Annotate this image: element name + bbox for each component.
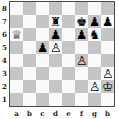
square-e2[interactable] <box>62 80 75 93</box>
square-b3[interactable] <box>23 67 36 80</box>
square-b7[interactable] <box>23 15 36 28</box>
square-f6[interactable]: ♟ <box>75 28 88 41</box>
chess-diagram: 87654321 ♜♚♟♟♕♟♟♞♟♙♙♙♙♔ abcdefgh <box>0 0 119 119</box>
square-d3[interactable] <box>49 67 62 80</box>
square-e4[interactable] <box>62 54 75 67</box>
rank-labels: 87654321 <box>0 2 9 106</box>
square-d4[interactable] <box>49 54 62 67</box>
rank-label-3: 3 <box>0 67 9 80</box>
black-pawn: ♟ <box>36 41 49 54</box>
square-f4[interactable]: ♙ <box>75 54 88 67</box>
square-h6[interactable] <box>101 28 114 41</box>
square-e5[interactable] <box>62 41 75 54</box>
file-label-a: a <box>10 108 23 119</box>
square-c3[interactable] <box>36 67 49 80</box>
file-label-b: b <box>23 108 36 119</box>
square-d1[interactable] <box>49 93 62 106</box>
chess-board: ♜♚♟♟♕♟♟♞♟♙♙♙♙♔ <box>9 1 115 107</box>
square-c1[interactable] <box>36 93 49 106</box>
file-label-d: d <box>49 108 62 119</box>
square-g2[interactable]: ♙ <box>88 80 101 93</box>
square-a6[interactable]: ♕ <box>10 28 23 41</box>
square-c2[interactable] <box>36 80 49 93</box>
square-h1[interactable] <box>101 93 114 106</box>
square-h7[interactable]: ♟ <box>101 15 114 28</box>
file-label-e: e <box>62 108 75 119</box>
square-a8[interactable] <box>10 2 23 15</box>
square-e1[interactable] <box>62 93 75 106</box>
rank-label-1: 1 <box>0 93 9 106</box>
square-a2[interactable] <box>10 80 23 93</box>
square-g4[interactable] <box>88 54 101 67</box>
square-c7[interactable] <box>36 15 49 28</box>
white-pawn: ♙ <box>75 54 88 67</box>
rank-label-5: 5 <box>0 41 9 54</box>
file-label-c: c <box>36 108 49 119</box>
file-labels: abcdefgh <box>10 108 114 119</box>
square-h5[interactable] <box>101 41 114 54</box>
rank-label-2: 2 <box>0 80 9 93</box>
file-label-h: h <box>101 108 114 119</box>
white-pawn: ♙ <box>88 80 101 93</box>
square-g6[interactable]: ♞ <box>88 28 101 41</box>
square-g1[interactable] <box>88 93 101 106</box>
white-pawn: ♙ <box>49 41 62 54</box>
white-queen: ♕ <box>10 28 23 41</box>
square-b5[interactable] <box>23 41 36 54</box>
square-c5[interactable]: ♟ <box>36 41 49 54</box>
square-g5[interactable] <box>88 41 101 54</box>
file-label-g: g <box>88 108 101 119</box>
square-e7[interactable] <box>62 15 75 28</box>
square-b6[interactable] <box>23 28 36 41</box>
square-a3[interactable] <box>10 67 23 80</box>
square-e3[interactable] <box>62 67 75 80</box>
square-e8[interactable] <box>62 2 75 15</box>
square-d2[interactable] <box>49 80 62 93</box>
square-h2[interactable]: ♔ <box>101 80 114 93</box>
square-d5[interactable]: ♙ <box>49 41 62 54</box>
square-e6[interactable] <box>62 28 75 41</box>
rank-label-4: 4 <box>0 54 9 67</box>
square-b1[interactable] <box>23 93 36 106</box>
rank-label-7: 7 <box>0 15 9 28</box>
black-pawn: ♟ <box>75 28 88 41</box>
square-b2[interactable] <box>23 80 36 93</box>
white-king: ♔ <box>101 80 114 93</box>
file-label-f: f <box>75 108 88 119</box>
square-c8[interactable] <box>36 2 49 15</box>
square-c4[interactable] <box>36 54 49 67</box>
black-pawn: ♟ <box>101 15 114 28</box>
square-b4[interactable] <box>23 54 36 67</box>
square-a5[interactable] <box>10 41 23 54</box>
black-knight: ♞ <box>88 28 101 41</box>
square-a4[interactable] <box>10 54 23 67</box>
rank-label-6: 6 <box>0 28 9 41</box>
square-f3[interactable] <box>75 67 88 80</box>
square-a1[interactable] <box>10 93 23 106</box>
square-b8[interactable] <box>23 2 36 15</box>
rank-label-8: 8 <box>0 2 9 15</box>
square-f2[interactable] <box>75 80 88 93</box>
square-f1[interactable] <box>75 93 88 106</box>
